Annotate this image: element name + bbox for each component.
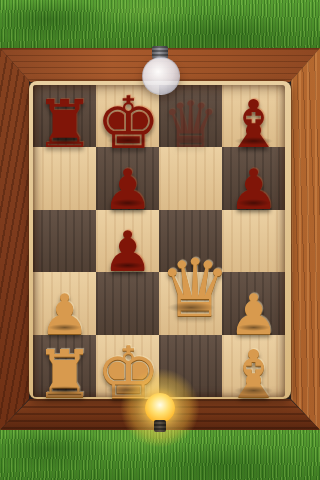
red-bishop-c4r1[interactable]: ♝ [222, 92, 285, 158]
chess-board[interactable]: ♜♚♛♝♟♟♟♛♟♟♜♚♝ [29, 81, 291, 399]
white-turn-bulb-icon [145, 393, 175, 423]
white-queen-c3r4[interactable]: ♛ [159, 249, 222, 329]
grass-background-bottom [0, 429, 320, 480]
red-pawn-c2r2[interactable]: ♟ [96, 162, 159, 218]
board-frame-right [291, 48, 320, 430]
red-king-c2r1[interactable]: ♚ [96, 87, 159, 159]
white-pawn-c4r4[interactable]: ♟ [222, 287, 285, 343]
grass-background-top [0, 0, 320, 49]
red-rook-c1r1[interactable]: ♜ [33, 92, 96, 158]
red-queen-ghost-c3r1: ♛ [159, 93, 222, 157]
chess-app-screen: ♜♚♛♝♟♟♟♛♟♟♜♚♝ [0, 0, 320, 480]
square-c1r3[interactable] [33, 210, 96, 272]
red-turn-bulb-icon [142, 57, 180, 95]
white-rook-c1r5[interactable]: ♜ [33, 342, 96, 408]
board-frame-left [0, 48, 29, 430]
square-c3r5[interactable] [159, 335, 222, 397]
white-pawn-c1r4[interactable]: ♟ [33, 287, 96, 343]
red-pawn-c4r2[interactable]: ♟ [222, 162, 285, 218]
white-turn-bulb-cap [154, 420, 166, 432]
white-bishop-c4r5[interactable]: ♝ [222, 342, 285, 408]
red-pawn-c2r3[interactable]: ♟ [96, 224, 159, 280]
